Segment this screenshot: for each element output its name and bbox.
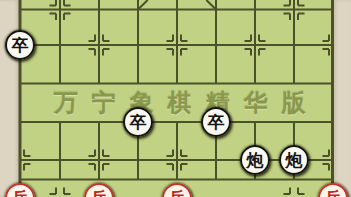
- piece-black-soldier[interactable]: 卒: [123, 107, 153, 137]
- app-window: 万宁象棋精华版 卒卒卒炮炮兵兵兵兵: [0, 0, 351, 197]
- xiangqi-board: 万宁象棋精华版 卒卒卒炮炮兵兵兵兵: [19, 0, 334, 197]
- piece-black-soldier[interactable]: 卒: [201, 107, 231, 137]
- piece-black-cannon[interactable]: 炮: [240, 145, 270, 175]
- piece-black-cannon[interactable]: 炮: [279, 145, 309, 175]
- piece-black-soldier[interactable]: 卒: [5, 30, 35, 60]
